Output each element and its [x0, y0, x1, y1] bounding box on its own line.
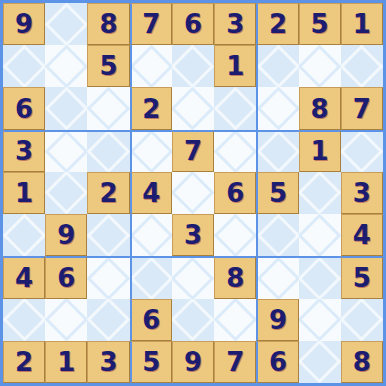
- sudoku-cell[interactable]: [299, 299, 341, 341]
- sudoku-cell[interactable]: [130, 45, 172, 87]
- sudoku-cell[interactable]: [214, 299, 256, 341]
- sudoku-cell[interactable]: [299, 172, 341, 214]
- sudoku-cell[interactable]: [299, 214, 341, 256]
- sudoku-cell[interactable]: [87, 87, 129, 129]
- sudoku-cell[interactable]: [214, 214, 256, 256]
- given-digit: 8: [226, 265, 244, 291]
- given-digit: 7: [142, 11, 160, 37]
- sudoku-cell: 3: [341, 172, 383, 214]
- sudoku-cell: 4: [341, 214, 383, 256]
- sudoku-cell: 6: [45, 256, 87, 298]
- sudoku-cell: 6: [3, 87, 45, 129]
- sudoku-cell: 7: [130, 3, 172, 45]
- given-digit: 1: [353, 11, 371, 37]
- diamond-pattern-icon: [341, 45, 383, 87]
- diamond-pattern-icon: [172, 87, 214, 129]
- diamond-pattern-icon: [299, 214, 341, 256]
- given-digit: 8: [353, 349, 371, 375]
- sudoku-cell: 6: [172, 3, 214, 45]
- sudoku-cell: 3: [172, 214, 214, 256]
- diamond-pattern-icon: [299, 341, 341, 383]
- sudoku-cell: 2: [87, 172, 129, 214]
- sudoku-cell[interactable]: [87, 256, 129, 298]
- sudoku-cell: 3: [87, 341, 129, 383]
- sudoku-cell: 8: [341, 341, 383, 383]
- sudoku-board: 9876325151628737112465393446856921359768: [0, 0, 386, 386]
- diamond-pattern-icon: [172, 257, 214, 299]
- sudoku-cell[interactable]: [172, 299, 214, 341]
- sudoku-cell[interactable]: [299, 256, 341, 298]
- sudoku-cell[interactable]: [299, 45, 341, 87]
- sudoku-cell: 6: [130, 299, 172, 341]
- sudoku-cell: 6: [256, 341, 298, 383]
- sudoku-cell: 4: [130, 172, 172, 214]
- sudoku-cell: 8: [87, 3, 129, 45]
- sudoku-cell[interactable]: [256, 214, 298, 256]
- sudoku-cell: 7: [214, 341, 256, 383]
- sudoku-cell: 1: [299, 130, 341, 172]
- sudoku-cell[interactable]: [45, 172, 87, 214]
- diamond-pattern-icon: [45, 172, 87, 214]
- sudoku-cell[interactable]: [130, 214, 172, 256]
- diamond-pattern-icon: [45, 130, 87, 172]
- sudoku-cell: 7: [172, 130, 214, 172]
- diamond-pattern-icon: [130, 45, 172, 87]
- sudoku-cell[interactable]: [3, 45, 45, 87]
- sudoku-cell[interactable]: [87, 299, 129, 341]
- diamond-pattern-icon: [214, 214, 256, 256]
- sudoku-cell[interactable]: [45, 299, 87, 341]
- given-digit: 9: [184, 349, 202, 375]
- sudoku-cell: 2: [256, 3, 298, 45]
- sudoku-cell[interactable]: [172, 172, 214, 214]
- diamond-pattern-icon: [87, 299, 129, 341]
- sudoku-cell: 8: [299, 87, 341, 129]
- sudoku-cell[interactable]: [87, 130, 129, 172]
- sudoku-cell[interactable]: [256, 256, 298, 298]
- diamond-pattern-icon: [130, 214, 172, 256]
- given-digit: 6: [226, 180, 244, 206]
- given-digit: 5: [100, 53, 118, 79]
- given-digit: 4: [15, 265, 33, 291]
- given-digit: 3: [15, 138, 33, 164]
- diamond-pattern-icon: [130, 130, 172, 172]
- sudoku-cell[interactable]: [45, 3, 87, 45]
- sudoku-cell[interactable]: [45, 45, 87, 87]
- given-digit: 1: [311, 138, 329, 164]
- diamond-pattern-icon: [172, 299, 214, 341]
- sudoku-cell: 8: [214, 256, 256, 298]
- diamond-pattern-icon: [45, 3, 87, 45]
- given-digit: 5: [311, 11, 329, 37]
- sudoku-cell[interactable]: [341, 299, 383, 341]
- given-digit: 9: [57, 222, 75, 248]
- diamond-pattern-icon: [299, 172, 341, 214]
- diamond-pattern-icon: [87, 87, 129, 129]
- given-digit: 8: [311, 96, 329, 122]
- sudoku-cell[interactable]: [256, 45, 298, 87]
- sudoku-cell[interactable]: [214, 87, 256, 129]
- given-digit: 7: [184, 138, 202, 164]
- sudoku-cell: 1: [341, 3, 383, 45]
- sudoku-cell: 1: [45, 341, 87, 383]
- given-digit: 7: [226, 349, 244, 375]
- sudoku-cell[interactable]: [45, 130, 87, 172]
- sudoku-cell: 3: [3, 130, 45, 172]
- given-digit: 4: [142, 180, 160, 206]
- given-digit: 3: [353, 180, 371, 206]
- diamond-pattern-icon: [130, 257, 172, 299]
- given-digit: 5: [142, 349, 160, 375]
- diamond-pattern-icon: [257, 87, 299, 129]
- sudoku-cell[interactable]: [341, 45, 383, 87]
- given-digit: 9: [15, 11, 33, 37]
- sudoku-cell[interactable]: [172, 256, 214, 298]
- diamond-pattern-icon: [257, 130, 299, 172]
- given-digit: 3: [226, 11, 244, 37]
- diamond-pattern-icon: [45, 299, 87, 341]
- sudoku-cell: 9: [45, 214, 87, 256]
- diamond-pattern-icon: [3, 214, 45, 256]
- given-digit: 6: [142, 307, 160, 333]
- sudoku-cell: 5: [341, 256, 383, 298]
- diamond-pattern-icon: [45, 45, 87, 87]
- sudoku-cell: 1: [214, 45, 256, 87]
- sudoku-cell: 5: [87, 45, 129, 87]
- given-digit: 2: [15, 349, 33, 375]
- diamond-pattern-icon: [299, 257, 341, 299]
- diamond-pattern-icon: [257, 45, 299, 87]
- sudoku-cell[interactable]: [3, 299, 45, 341]
- sudoku-cell[interactable]: [130, 130, 172, 172]
- given-digit: 1: [15, 180, 33, 206]
- diamond-pattern-icon: [3, 299, 45, 341]
- sudoku-cell: 1: [3, 172, 45, 214]
- sudoku-cell[interactable]: [256, 130, 298, 172]
- given-digit: 3: [184, 222, 202, 248]
- given-digit: 1: [226, 53, 244, 79]
- given-digit: 5: [353, 265, 371, 291]
- sudoku-cell[interactable]: [45, 87, 87, 129]
- given-digit: 9: [269, 307, 287, 333]
- diamond-pattern-icon: [299, 45, 341, 87]
- sudoku-cell: 5: [130, 341, 172, 383]
- diamond-pattern-icon: [299, 299, 341, 341]
- diamond-pattern-icon: [87, 130, 129, 172]
- sudoku-cell[interactable]: [341, 130, 383, 172]
- sudoku-cell: 6: [214, 172, 256, 214]
- given-digit: 6: [184, 11, 202, 37]
- given-digit: 2: [100, 180, 118, 206]
- diamond-pattern-icon: [257, 257, 299, 299]
- given-digit: 8: [100, 11, 118, 37]
- given-digit: 6: [15, 96, 33, 122]
- sudoku-cell: 9: [3, 3, 45, 45]
- given-digit: 2: [142, 96, 160, 122]
- diamond-pattern-icon: [257, 214, 299, 256]
- diamond-pattern-icon: [87, 257, 129, 299]
- sudoku-cell: 9: [256, 299, 298, 341]
- diamond-pattern-icon: [214, 130, 256, 172]
- sudoku-cell: 7: [341, 87, 383, 129]
- given-digit: 2: [269, 11, 287, 37]
- sudoku-cell: 3: [214, 3, 256, 45]
- sudoku-cell: 5: [299, 3, 341, 45]
- sudoku-cell: 2: [3, 341, 45, 383]
- sudoku-cell[interactable]: [172, 87, 214, 129]
- given-digit: 1: [57, 349, 75, 375]
- diamond-pattern-icon: [341, 130, 383, 172]
- diamond-pattern-icon: [214, 87, 256, 129]
- sudoku-cell: 2: [130, 87, 172, 129]
- given-digit: 6: [57, 265, 75, 291]
- given-digit: 6: [269, 349, 287, 375]
- sudoku-cell: 9: [172, 341, 214, 383]
- diamond-pattern-icon: [214, 299, 256, 341]
- sudoku-cell[interactable]: [3, 214, 45, 256]
- sudoku-cell: 4: [3, 256, 45, 298]
- diamond-pattern-icon: [45, 87, 87, 129]
- sudoku-cell: 5: [256, 172, 298, 214]
- diamond-pattern-icon: [172, 172, 214, 214]
- given-digit: 5: [269, 180, 287, 206]
- sudoku-cell[interactable]: [299, 341, 341, 383]
- diamond-pattern-icon: [341, 299, 383, 341]
- sudoku-cell[interactable]: [87, 214, 129, 256]
- given-digit: 4: [353, 222, 371, 248]
- diamond-pattern-icon: [3, 45, 45, 87]
- sudoku-cell[interactable]: [256, 87, 298, 129]
- diamond-pattern-icon: [172, 45, 214, 87]
- sudoku-cell[interactable]: [172, 45, 214, 87]
- diamond-pattern-icon: [87, 214, 129, 256]
- given-digit: 3: [100, 349, 118, 375]
- given-digit: 7: [353, 96, 371, 122]
- sudoku-cell[interactable]: [214, 130, 256, 172]
- sudoku-cell[interactable]: [130, 256, 172, 298]
